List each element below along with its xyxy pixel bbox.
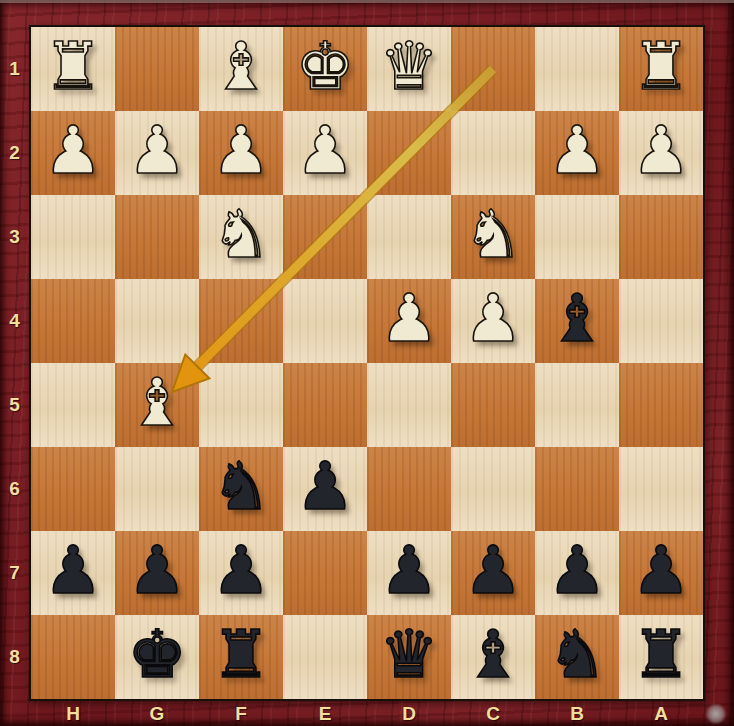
piece-white-knight-f3: ♞ — [211, 202, 270, 268]
square-d1[interactable]: ♛ — [367, 27, 451, 111]
square-b8[interactable]: ♞ — [535, 615, 619, 699]
piece-black-knight-f6: ♞ — [211, 454, 270, 520]
square-g2[interactable]: ♟ — [115, 111, 199, 195]
square-g1[interactable] — [115, 27, 199, 111]
square-d3[interactable] — [367, 195, 451, 279]
piece-black-bishop-b4: ♝ — [547, 286, 606, 352]
piece-white-bishop-g5: ♝ — [127, 370, 186, 436]
square-f1[interactable]: ♝ — [199, 27, 283, 111]
square-a8[interactable]: ♜ — [619, 615, 703, 699]
square-e1[interactable]: ♚ — [283, 27, 367, 111]
square-a1[interactable]: ♜ — [619, 27, 703, 111]
square-b2[interactable]: ♟ — [535, 111, 619, 195]
square-e7[interactable] — [283, 531, 367, 615]
piece-black-pawn-g7: ♟ — [127, 538, 186, 604]
file-label-g: G — [115, 701, 199, 726]
square-g4[interactable] — [115, 279, 199, 363]
square-g6[interactable] — [115, 447, 199, 531]
piece-white-pawn-d4: ♟ — [379, 286, 438, 352]
piece-white-pawn-e2: ♟ — [295, 118, 354, 184]
piece-black-rook-f8: ♜ — [211, 622, 270, 688]
board: ♜♝♚♛♜♟♟♟♟♟♟♞♞♟♟♝♝♞♟♟♟♟♟♟♟♟♚♜♛♝♞♜ — [29, 25, 705, 701]
square-f4[interactable] — [199, 279, 283, 363]
file-label-b: B — [535, 701, 619, 726]
piece-white-king-e1: ♚ — [295, 34, 354, 100]
square-h2[interactable]: ♟ — [31, 111, 115, 195]
rank-label-1: 1 — [0, 27, 29, 111]
piece-black-pawn-d7: ♟ — [379, 538, 438, 604]
file-label-c: C — [451, 701, 535, 726]
square-e8[interactable] — [283, 615, 367, 699]
square-c1[interactable] — [451, 27, 535, 111]
file-label-f: F — [199, 701, 283, 726]
piece-white-rook-a1: ♜ — [631, 34, 690, 100]
piece-white-pawn-f2: ♟ — [211, 118, 270, 184]
square-b6[interactable] — [535, 447, 619, 531]
square-g5[interactable]: ♝ — [115, 363, 199, 447]
square-e3[interactable] — [283, 195, 367, 279]
square-h8[interactable] — [31, 615, 115, 699]
piece-black-pawn-a7: ♟ — [631, 538, 690, 604]
square-f8[interactable]: ♜ — [199, 615, 283, 699]
square-a5[interactable] — [619, 363, 703, 447]
rank-label-5: 5 — [0, 363, 29, 447]
square-f7[interactable]: ♟ — [199, 531, 283, 615]
piece-white-pawn-g2: ♟ — [127, 118, 186, 184]
piece-white-queen-d1: ♛ — [379, 34, 438, 100]
square-a3[interactable] — [619, 195, 703, 279]
square-h4[interactable] — [31, 279, 115, 363]
piece-black-rook-a8: ♜ — [631, 622, 690, 688]
square-c6[interactable] — [451, 447, 535, 531]
file-label-d: D — [367, 701, 451, 726]
square-e2[interactable]: ♟ — [283, 111, 367, 195]
rank-label-2: 2 — [0, 111, 29, 195]
square-b5[interactable] — [535, 363, 619, 447]
square-b1[interactable] — [535, 27, 619, 111]
piece-black-queen-d8: ♛ — [379, 622, 438, 688]
square-g7[interactable]: ♟ — [115, 531, 199, 615]
corner-dot-decoration — [706, 704, 726, 724]
rank-label-8: 8 — [0, 615, 29, 699]
rank-label-3: 3 — [0, 195, 29, 279]
rank-label-7: 7 — [0, 531, 29, 615]
square-e6[interactable]: ♟ — [283, 447, 367, 531]
square-h3[interactable] — [31, 195, 115, 279]
square-e5[interactable] — [283, 363, 367, 447]
square-c3[interactable]: ♞ — [451, 195, 535, 279]
file-label-h: H — [31, 701, 115, 726]
square-c2[interactable] — [451, 111, 535, 195]
square-e4[interactable] — [283, 279, 367, 363]
piece-black-pawn-e6: ♟ — [295, 454, 354, 520]
piece-white-rook-h1: ♜ — [43, 34, 102, 100]
square-g8[interactable]: ♚ — [115, 615, 199, 699]
piece-black-pawn-c7: ♟ — [463, 538, 522, 604]
file-label-a: A — [619, 701, 703, 726]
square-d2[interactable] — [367, 111, 451, 195]
square-h6[interactable] — [31, 447, 115, 531]
square-d7[interactable]: ♟ — [367, 531, 451, 615]
square-b3[interactable] — [535, 195, 619, 279]
piece-black-king-g8: ♚ — [127, 622, 186, 688]
piece-white-pawn-c4: ♟ — [463, 286, 522, 352]
piece-white-bishop-f1: ♝ — [211, 34, 270, 100]
chess-diagram: ♜♝♚♛♜♟♟♟♟♟♟♞♞♟♟♝♝♞♟♟♟♟♟♟♟♟♚♜♛♝♞♜ 1234567… — [0, 0, 734, 726]
square-a2[interactable]: ♟ — [619, 111, 703, 195]
square-d6[interactable] — [367, 447, 451, 531]
piece-white-pawn-b2: ♟ — [547, 118, 606, 184]
piece-white-pawn-h2: ♟ — [43, 118, 102, 184]
rank-label-6: 6 — [0, 447, 29, 531]
square-f5[interactable] — [199, 363, 283, 447]
file-label-e: E — [283, 701, 367, 726]
square-d4[interactable]: ♟ — [367, 279, 451, 363]
square-c5[interactable] — [451, 363, 535, 447]
square-c7[interactable]: ♟ — [451, 531, 535, 615]
square-f2[interactable]: ♟ — [199, 111, 283, 195]
piece-white-knight-c3: ♞ — [463, 202, 522, 268]
square-a7[interactable]: ♟ — [619, 531, 703, 615]
square-f3[interactable]: ♞ — [199, 195, 283, 279]
piece-black-pawn-b7: ♟ — [547, 538, 606, 604]
square-g3[interactable] — [115, 195, 199, 279]
piece-black-pawn-h7: ♟ — [43, 538, 102, 604]
square-h1[interactable]: ♜ — [31, 27, 115, 111]
square-h5[interactable] — [31, 363, 115, 447]
piece-black-bishop-c8: ♝ — [463, 622, 522, 688]
square-d8[interactable]: ♛ — [367, 615, 451, 699]
square-c8[interactable]: ♝ — [451, 615, 535, 699]
square-f6[interactable]: ♞ — [199, 447, 283, 531]
square-b4[interactable]: ♝ — [535, 279, 619, 363]
piece-black-knight-b8: ♞ — [547, 622, 606, 688]
square-b7[interactable]: ♟ — [535, 531, 619, 615]
piece-black-pawn-f7: ♟ — [211, 538, 270, 604]
rank-label-4: 4 — [0, 279, 29, 363]
piece-white-pawn-a2: ♟ — [631, 118, 690, 184]
square-c4[interactable]: ♟ — [451, 279, 535, 363]
square-d5[interactable] — [367, 363, 451, 447]
square-a6[interactable] — [619, 447, 703, 531]
square-h7[interactable]: ♟ — [31, 531, 115, 615]
square-a4[interactable] — [619, 279, 703, 363]
